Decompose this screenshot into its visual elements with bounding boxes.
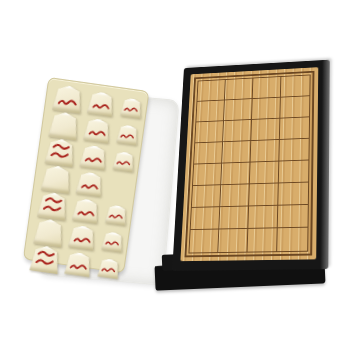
board-cell [251, 119, 280, 141]
board-cell [250, 161, 280, 184]
product-photo [0, 0, 350, 350]
board-cell [221, 163, 250, 186]
board-cell [252, 98, 281, 120]
board-cell [248, 206, 278, 229]
board-cell [196, 100, 225, 122]
board-cell [189, 229, 219, 252]
board-cell [193, 164, 222, 187]
board-cell [192, 185, 221, 208]
board-cell [280, 96, 309, 118]
board-cell [222, 141, 251, 163]
board-cell [281, 75, 310, 97]
board-cell [224, 99, 253, 121]
board-cell [278, 183, 308, 206]
board-cell [223, 120, 252, 142]
board-cell [251, 140, 280, 163]
board-cell [253, 77, 282, 99]
board-cell [191, 207, 221, 230]
board-cell [195, 121, 224, 143]
board-cell [277, 228, 307, 252]
board-cell [197, 80, 225, 102]
board-cell [220, 184, 250, 207]
board-grid [188, 74, 310, 253]
board-cell [279, 139, 308, 162]
board-cell [278, 205, 308, 228]
board-frame [172, 60, 330, 271]
shogi-board [172, 60, 330, 271]
board-cell [279, 160, 309, 183]
board-surface [180, 67, 318, 261]
board-cell [225, 78, 254, 100]
board-cell [194, 142, 223, 164]
board-border [184, 71, 314, 258]
board-cell [249, 183, 279, 206]
board-cell [248, 228, 278, 251]
board-cell [280, 117, 309, 140]
shogi-board-assembly [0, 0, 350, 350]
board-cell [218, 229, 248, 252]
board-cell [219, 206, 249, 229]
